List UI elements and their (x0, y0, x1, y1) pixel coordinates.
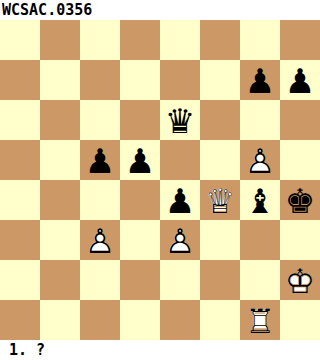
white-pawn-icon: ♙ (80, 220, 120, 260)
black-pawn-icon: ♟ (80, 140, 120, 180)
square-e5[interactable] (160, 140, 200, 180)
black-pawn-icon: ♟ (280, 60, 320, 100)
square-a1[interactable] (0, 300, 40, 340)
white-queen-fill-icon: ♛ (200, 180, 240, 220)
square-a3[interactable] (0, 220, 40, 260)
square-e7[interactable] (160, 60, 200, 100)
square-c7[interactable] (80, 60, 120, 100)
square-g4[interactable]: ♝ (240, 180, 280, 220)
square-g5[interactable]: ♟♙ (240, 140, 280, 180)
square-d7[interactable] (120, 60, 160, 100)
square-e8[interactable] (160, 20, 200, 60)
black-king-icon: ♚ (280, 180, 320, 220)
black-pawn-icon: ♟ (240, 60, 280, 100)
square-g6[interactable] (240, 100, 280, 140)
square-a2[interactable] (0, 260, 40, 300)
black-pawn-icon: ♟ (160, 180, 200, 220)
square-e6[interactable]: ♛ (160, 100, 200, 140)
square-a4[interactable] (0, 180, 40, 220)
square-f5[interactable] (200, 140, 240, 180)
chess-board: ♟♟♛♟♟♟♙♟♛♕♝♚♟♙♟♙♚♔♜♖ (0, 20, 320, 340)
square-f6[interactable] (200, 100, 240, 140)
square-d3[interactable] (120, 220, 160, 260)
white-king-icon: ♔ (280, 260, 320, 300)
square-b5[interactable] (40, 140, 80, 180)
square-e3[interactable]: ♟♙ (160, 220, 200, 260)
black-bishop-icon: ♝ (240, 180, 280, 220)
square-h1[interactable] (280, 300, 320, 340)
chess-puzzle-window: WCSAC.0356 ♟♟♛♟♟♟♙♟♛♕♝♚♟♙♟♙♚♔♜♖ 1. ? (0, 0, 320, 360)
square-c1[interactable] (80, 300, 120, 340)
square-h2[interactable]: ♚♔ (280, 260, 320, 300)
square-d1[interactable] (120, 300, 160, 340)
square-d6[interactable] (120, 100, 160, 140)
white-pawn-icon: ♙ (240, 140, 280, 180)
square-c6[interactable] (80, 100, 120, 140)
square-c3[interactable]: ♟♙ (80, 220, 120, 260)
square-b4[interactable] (40, 180, 80, 220)
white-rook-fill-icon: ♜ (240, 300, 280, 340)
white-pawn-icon: ♙ (160, 220, 200, 260)
square-f7[interactable] (200, 60, 240, 100)
square-e4[interactable]: ♟ (160, 180, 200, 220)
square-h7[interactable]: ♟ (280, 60, 320, 100)
square-a5[interactable] (0, 140, 40, 180)
square-a7[interactable] (0, 60, 40, 100)
square-f4[interactable]: ♛♕ (200, 180, 240, 220)
square-c2[interactable] (80, 260, 120, 300)
square-b7[interactable] (40, 60, 80, 100)
white-rook-icon: ♖ (240, 300, 280, 340)
white-pawn-fill-icon: ♟ (160, 220, 200, 260)
square-h8[interactable] (280, 20, 320, 60)
square-g1[interactable]: ♜♖ (240, 300, 280, 340)
square-h5[interactable] (280, 140, 320, 180)
square-b6[interactable] (40, 100, 80, 140)
square-a6[interactable] (0, 100, 40, 140)
square-h4[interactable]: ♚ (280, 180, 320, 220)
white-pawn-fill-icon: ♟ (240, 140, 280, 180)
square-d8[interactable] (120, 20, 160, 60)
square-b1[interactable] (40, 300, 80, 340)
black-pawn-icon: ♟ (120, 140, 160, 180)
square-g3[interactable] (240, 220, 280, 260)
square-b2[interactable] (40, 260, 80, 300)
square-g2[interactable] (240, 260, 280, 300)
move-prompt: 1. ? (0, 340, 320, 360)
square-g7[interactable]: ♟ (240, 60, 280, 100)
square-c5[interactable]: ♟ (80, 140, 120, 180)
square-h3[interactable] (280, 220, 320, 260)
square-g8[interactable] (240, 20, 280, 60)
square-c4[interactable] (80, 180, 120, 220)
square-f1[interactable] (200, 300, 240, 340)
square-d4[interactable] (120, 180, 160, 220)
square-a8[interactable] (0, 20, 40, 60)
square-h6[interactable] (280, 100, 320, 140)
square-b8[interactable] (40, 20, 80, 60)
square-e2[interactable] (160, 260, 200, 300)
white-pawn-fill-icon: ♟ (80, 220, 120, 260)
puzzle-title: WCSAC.0356 (0, 0, 320, 20)
square-f2[interactable] (200, 260, 240, 300)
white-queen-icon: ♕ (200, 180, 240, 220)
square-b3[interactable] (40, 220, 80, 260)
square-d5[interactable]: ♟ (120, 140, 160, 180)
square-f8[interactable] (200, 20, 240, 60)
square-f3[interactable] (200, 220, 240, 260)
square-e1[interactable] (160, 300, 200, 340)
white-king-fill-icon: ♚ (280, 260, 320, 300)
square-c8[interactable] (80, 20, 120, 60)
square-d2[interactable] (120, 260, 160, 300)
black-queen-icon: ♛ (160, 100, 200, 140)
